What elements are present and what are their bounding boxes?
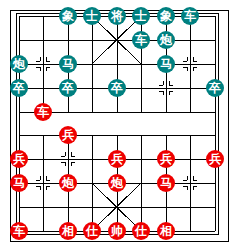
piece-red-cannon-4-7[interactable]: 炮 (108, 174, 126, 192)
piece-red-elephant-6-9[interactable]: 相 (157, 222, 175, 240)
piece-black-soldier-2-3[interactable]: 卒 (59, 79, 77, 97)
piece-red-horse-6-7[interactable]: 马 (157, 174, 175, 192)
piece-red-cannon-2-7[interactable]: 炮 (59, 174, 77, 192)
piece-red-advisor-5-9[interactable]: 仕 (132, 222, 150, 240)
piece-black-elephant-2-0[interactable]: 象 (59, 7, 77, 25)
piece-red-chariot-0-9[interactable]: 车 (10, 222, 28, 240)
piece-black-soldier-0-3[interactable]: 卒 (10, 79, 28, 97)
piece-black-horse-2-2[interactable]: 马 (59, 55, 77, 73)
piece-red-soldier-8-6[interactable]: 兵 (206, 150, 224, 168)
piece-red-advisor-3-9[interactable]: 仕 (83, 222, 101, 240)
piece-red-chariot-1-4[interactable]: 车 (34, 103, 52, 121)
piece-black-cannon-0-2[interactable]: 炮 (10, 55, 28, 73)
piece-red-general-4-9[interactable]: 帅 (108, 222, 126, 240)
piece-black-advisor-5-0[interactable]: 士 (132, 7, 150, 25)
piece-red-soldier-0-6[interactable]: 兵 (10, 150, 28, 168)
piece-red-soldier-2-5[interactable]: 兵 (59, 126, 77, 144)
piece-black-general-4-0[interactable]: 将 (108, 7, 126, 25)
piece-black-chariot-5-1[interactable]: 车 (132, 31, 150, 49)
piece-black-soldier-4-3[interactable]: 卒 (108, 79, 126, 97)
piece-red-soldier-4-6[interactable]: 兵 (108, 150, 126, 168)
piece-red-elephant-2-9[interactable]: 相 (59, 222, 77, 240)
xiangqi-board[interactable]: 象士将士象车车炮炮马马卒卒卒卒车兵兵兵兵兵马炮炮马车相仕帅仕相 (0, 0, 234, 244)
piece-black-cannon-6-1[interactable]: 炮 (157, 31, 175, 49)
piece-black-horse-6-2[interactable]: 马 (157, 55, 175, 73)
piece-black-chariot-7-0[interactable]: 车 (181, 7, 199, 25)
piece-red-horse-0-7[interactable]: 马 (10, 174, 28, 192)
piece-black-elephant-6-0[interactable]: 象 (157, 7, 175, 25)
piece-black-advisor-3-0[interactable]: 士 (83, 7, 101, 25)
board-grid-lines (0, 0, 234, 244)
piece-black-soldier-8-3[interactable]: 卒 (206, 79, 224, 97)
piece-red-soldier-6-6[interactable]: 兵 (157, 150, 175, 168)
